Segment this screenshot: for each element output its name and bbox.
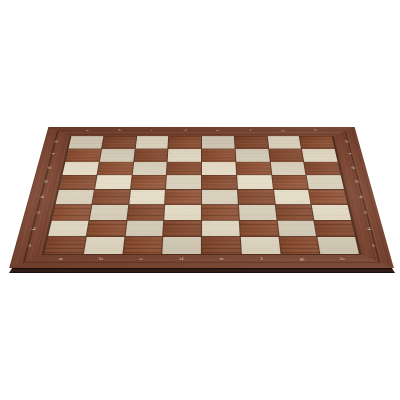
square-f2: [240, 220, 278, 236]
square-g4: [274, 190, 311, 205]
chessboard: abcdefghabcdefgh8765432187654321: [9, 127, 394, 268]
rank-label-right-2: 2: [366, 227, 371, 231]
square-b6: [97, 162, 132, 175]
square-b1: [84, 237, 124, 254]
rank-label-left-7: 7: [51, 153, 56, 156]
square-g6: [270, 162, 305, 175]
square-h5: [307, 175, 344, 189]
board-front-edge: [9, 268, 395, 273]
square-f5: [237, 175, 273, 189]
file-label-bottom-a: a: [58, 257, 63, 261]
square-e4: [202, 190, 238, 205]
square-a6: [62, 162, 98, 175]
file-label-top-b: b: [118, 129, 122, 132]
square-d2: [164, 220, 201, 236]
square-d5: [166, 175, 201, 189]
rank-label-right-1: 1: [371, 244, 376, 248]
square-a4: [56, 190, 94, 205]
square-g5: [272, 175, 308, 189]
square-f7: [235, 149, 269, 162]
square-c2: [125, 220, 163, 236]
rank-label-left-4: 4: [40, 195, 45, 198]
square-b7: [100, 149, 135, 162]
square-a1: [44, 237, 85, 254]
square-e8: [202, 136, 234, 148]
file-label-top-d: d: [183, 129, 187, 132]
square-c1: [123, 237, 162, 254]
square-a8: [69, 136, 104, 148]
square-c7: [134, 149, 168, 162]
file-label-bottom-e: e: [220, 257, 224, 261]
square-g7: [269, 149, 304, 162]
square-c3: [127, 205, 164, 220]
square-g1: [279, 237, 319, 254]
square-b2: [87, 220, 126, 236]
square-e3: [202, 205, 238, 220]
file-label-top-h: h: [314, 129, 318, 132]
square-f6: [236, 162, 271, 175]
rank-label-left-5: 5: [43, 181, 48, 184]
file-label-bottom-f: f: [260, 257, 263, 261]
file-label-top-c: c: [151, 129, 154, 132]
square-a2: [48, 220, 88, 236]
rank-label-right-6: 6: [351, 167, 356, 170]
file-label-top-g: g: [281, 129, 285, 132]
rank-label-right-3: 3: [362, 211, 367, 215]
square-e6: [202, 162, 236, 175]
square-b4: [92, 190, 129, 205]
square-d1: [163, 237, 201, 254]
square-h7: [302, 149, 337, 162]
rank-label-right-7: 7: [348, 153, 353, 156]
square-a3: [52, 205, 91, 220]
square-c6: [132, 162, 167, 175]
square-c4: [129, 190, 165, 205]
square-b8: [102, 136, 136, 148]
file-label-bottom-b: b: [98, 257, 103, 261]
square-c8: [135, 136, 168, 148]
square-d4: [165, 190, 201, 205]
square-d7: [168, 149, 201, 162]
rank-label-right-5: 5: [355, 181, 360, 184]
square-d6: [167, 162, 201, 175]
square-c5: [131, 175, 167, 189]
square-e5: [202, 175, 237, 189]
playing-field: [42, 136, 362, 255]
square-e2: [202, 220, 239, 236]
square-d8: [169, 136, 201, 148]
square-g2: [277, 220, 316, 236]
square-e7: [202, 149, 235, 162]
file-label-bottom-c: c: [139, 257, 143, 261]
square-h6: [304, 162, 340, 175]
rank-label-left-6: 6: [47, 167, 52, 170]
file-label-bottom-h: h: [340, 257, 345, 261]
file-label-bottom-d: d: [179, 257, 184, 261]
square-e1: [202, 237, 240, 254]
square-a7: [66, 149, 101, 162]
square-g3: [275, 205, 313, 220]
file-label-bottom-g: g: [299, 257, 304, 261]
rank-label-right-4: 4: [358, 195, 363, 198]
square-d3: [165, 205, 201, 220]
square-b5: [95, 175, 131, 189]
square-f3: [239, 205, 276, 220]
square-f1: [241, 237, 280, 254]
file-label-top-f: f: [249, 129, 252, 132]
square-h4: [309, 190, 347, 205]
square-h1: [318, 237, 359, 254]
square-h3: [312, 205, 351, 220]
file-label-top-e: e: [216, 129, 219, 132]
rank-label-left-3: 3: [36, 211, 41, 215]
square-h8: [300, 136, 335, 148]
square-a5: [59, 175, 96, 189]
square-g8: [267, 136, 301, 148]
square-b3: [89, 205, 127, 220]
rank-label-left-8: 8: [54, 140, 58, 143]
product-photo-scene: abcdefghabcdefgh8765432187654321: [0, 0, 400, 400]
square-f4: [238, 190, 274, 205]
rank-label-right-8: 8: [345, 140, 349, 143]
file-label-top-a: a: [85, 129, 89, 132]
square-f8: [235, 136, 268, 148]
square-h2: [315, 220, 355, 236]
